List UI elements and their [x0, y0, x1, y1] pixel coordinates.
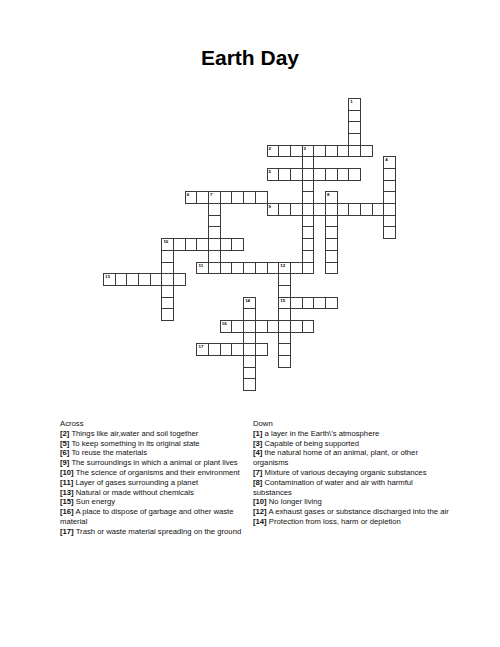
- cell-number: 15: [280, 298, 285, 303]
- grid-cell[interactable]: [231, 238, 244, 251]
- clue-text: a layer in the Earth\'s atmosphere: [262, 429, 379, 438]
- clue-text: No longer living: [267, 497, 322, 506]
- grid-cell[interactable]: [231, 343, 244, 356]
- clue-text: Capable of being supported: [262, 439, 359, 448]
- clue-item-across-13: [13] Natural or made without chemicals: [60, 488, 252, 498]
- clue-item-across-5: [5] To keep something in its original st…: [60, 439, 252, 449]
- puzzle-title: Earth Day: [0, 46, 500, 70]
- grid-cell[interactable]: [372, 203, 385, 216]
- clue-item-across-15: [15] Sun energy: [60, 497, 252, 507]
- grid-cell[interactable]: [302, 320, 315, 333]
- grid-cell[interactable]: [348, 168, 361, 181]
- down-clues: Down [1] a layer in the Earth\'s atmosph…: [253, 419, 449, 527]
- grid-cell[interactable]: [278, 355, 291, 368]
- clue-item-down-14: [14] Protection from loss, harm or deple…: [253, 517, 449, 527]
- grid-cell[interactable]: [231, 320, 244, 333]
- clue-item-down-12: [12] A exhaust gases or substance discha…: [253, 507, 449, 517]
- grid-cell[interactable]: [243, 378, 256, 391]
- clue-item-down-8: [8] Contamination of water and air with …: [253, 478, 449, 498]
- grid-cell[interactable]: [302, 262, 315, 275]
- grid-cell[interactable]: [150, 273, 163, 286]
- clue-number-label: [1]: [253, 429, 262, 438]
- clue-text: Mixture of various decaying organic subs…: [262, 468, 426, 477]
- cell-number: 3: [304, 146, 306, 151]
- cell-number: 9: [269, 204, 271, 209]
- clue-text: The surroundings in which a animal or pl…: [69, 458, 237, 467]
- cell-number: 12: [280, 263, 285, 268]
- clue-number-label: [8]: [253, 478, 262, 487]
- grid-cell[interactable]: [313, 203, 326, 216]
- cell-number: 8: [327, 192, 329, 197]
- clue-text: Natural or made without chemicals: [74, 488, 194, 497]
- grid-cell[interactable]: [196, 238, 209, 251]
- cell-number: 7: [210, 192, 212, 197]
- clue-item-down-3: [3] Capable of being supported: [253, 439, 449, 449]
- clue-item-across-17: [17] Trash or waste material spreading o…: [60, 527, 252, 537]
- clue-item-across-2: [2] Things like air,water and soil toget…: [60, 429, 252, 439]
- clue-item-across-10: [10] The science of organisms and their …: [60, 468, 252, 478]
- cell-number: 6: [187, 192, 189, 197]
- cell-number: 17: [198, 344, 203, 349]
- grid-cell[interactable]: [267, 320, 280, 333]
- clue-item-across-9: [9] The surroundings in which a animal o…: [60, 458, 252, 468]
- grid-cell[interactable]: [290, 262, 303, 275]
- grid-cell[interactable]: [255, 343, 268, 356]
- grid-cell[interactable]: [383, 226, 396, 239]
- grid-cell[interactable]: [337, 145, 350, 158]
- clue-item-down-7: [7] Mixture of various decaying organic …: [253, 468, 449, 478]
- cell-number: 11: [198, 263, 203, 268]
- grid-cell[interactable]: [290, 168, 303, 181]
- clue-item-across-16: [16] A place to dispose of garbage and o…: [60, 507, 252, 527]
- clue-item-across-11: [11] Layer of gases surrounding a planet: [60, 478, 252, 488]
- clue-number-label: [2]: [60, 429, 69, 438]
- clue-text: Protection from loss, harm or depletion: [267, 517, 401, 526]
- grid-cell[interactable]: [360, 145, 373, 158]
- clue-item-down-10: [10] No longer living: [253, 497, 449, 507]
- clue-number-label: [16]: [60, 507, 74, 516]
- cell-number: 13: [105, 274, 110, 279]
- clue-number-label: [10]: [253, 497, 267, 506]
- grid-cell[interactable]: [325, 262, 338, 275]
- clue-text: Layer of gases surrounding a planet: [73, 478, 198, 487]
- clue-item-across-6: [6] To reuse the materials: [60, 448, 252, 458]
- clue-number-label: [17]: [60, 527, 74, 536]
- clue-item-down-1: [1] a layer in the Earth\'s atmosphere: [253, 429, 449, 439]
- clue-number-label: [5]: [60, 439, 69, 448]
- clue-text: The science of organisms and their envir…: [74, 468, 240, 477]
- clue-number-label: [14]: [253, 517, 267, 526]
- clue-text: Contamination of water and air with harm…: [253, 478, 413, 497]
- clue-text: To reuse the materials: [69, 448, 147, 457]
- clue-text: Things like air,water and soil together: [69, 429, 198, 438]
- grid-cell[interactable]: [325, 297, 338, 310]
- clue-item-down-4: [4] the natural home of an animal, plant…: [253, 448, 449, 468]
- clue-number-label: [15]: [60, 497, 74, 506]
- cell-number: 10: [163, 239, 168, 244]
- crossword-grid: 1234567891011121513141617: [103, 98, 397, 392]
- clue-number-label: [10]: [60, 468, 74, 477]
- grid-cell[interactable]: 11: [196, 262, 209, 275]
- cell-number: 14: [245, 298, 250, 303]
- clue-text: the natural home of an animal, plant, or…: [253, 448, 418, 467]
- clue-number-label: [4]: [253, 448, 262, 457]
- grid-cell[interactable]: [173, 273, 186, 286]
- cell-number: 1: [350, 99, 352, 104]
- clue-text: To keep something in its original state: [69, 439, 199, 448]
- across-header: Across: [60, 419, 252, 429]
- grid-cell[interactable]: [161, 308, 174, 321]
- clue-number-label: [12]: [253, 507, 267, 516]
- across-clues: Across [2] Things like air,water and soi…: [60, 419, 252, 537]
- crossword-page: Earth Day 1234567891011121513141617 Acro…: [0, 0, 500, 647]
- clue-number-label: [13]: [60, 488, 74, 497]
- clue-text: Trash or waste material spreading on the…: [74, 527, 242, 536]
- clue-number-label: [3]: [253, 439, 262, 448]
- clue-number-label: [6]: [60, 448, 69, 457]
- cell-number: 4: [385, 157, 387, 162]
- clue-number-label: [11]: [60, 478, 73, 487]
- cell-number: 2: [269, 146, 271, 151]
- cell-number: 16: [222, 321, 227, 326]
- clue-text: Sun energy: [74, 497, 115, 506]
- clue-text: A place to dispose of garbage and other …: [60, 507, 234, 526]
- clue-number-label: [7]: [253, 468, 262, 477]
- grid-cell[interactable]: [290, 203, 303, 216]
- cell-number: 5: [269, 169, 271, 174]
- clue-number-label: [9]: [60, 458, 69, 467]
- down-header: Down: [253, 419, 449, 429]
- clue-text: A exhaust gases or substance discharged …: [267, 507, 449, 516]
